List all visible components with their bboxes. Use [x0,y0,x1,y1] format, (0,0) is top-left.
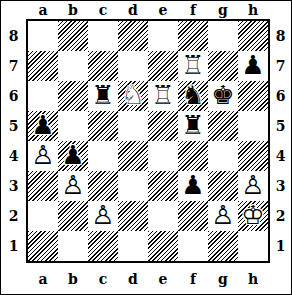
rank-label-3: 3 [270,171,291,201]
square-f1 [178,231,208,261]
square-b6 [58,81,88,111]
rank-label-3: 3 [1,171,26,201]
square-b4: ♟♟ [58,141,88,171]
square-g1 [208,231,238,261]
white-pawn-g2: ♟♙ [208,201,238,231]
square-c7 [88,51,118,81]
file-labels-bottom: abcdefgh [26,263,270,294]
square-b5 [58,111,88,141]
square-e3 [148,171,178,201]
piece-glyph: ♟ [178,170,208,200]
square-d7 [118,51,148,81]
square-c2: ♟♙ [88,201,118,231]
square-h8 [238,21,268,51]
rank-label-7: 7 [270,51,291,81]
square-e7 [148,51,178,81]
black-pawn-f3: ♟♟ [178,171,208,201]
piece-glyph: ♙ [88,200,118,230]
corner-top-right [270,1,291,19]
file-label-c: c [88,2,118,18]
white-knight-d6: ♞♘ [118,81,148,111]
square-f6: ♞♞ [178,81,208,111]
white-pawn-c2: ♟♙ [88,201,118,231]
black-pawn-h7: ♟♟ [238,51,268,81]
square-c1 [88,231,118,261]
file-label-d: d [118,2,148,18]
square-b1 [58,231,88,261]
piece-glyph: ♟ [58,140,88,170]
square-a4: ♟♙ [28,141,58,171]
square-h1 [238,231,268,261]
white-pawn-a4: ♟♙ [28,141,58,171]
square-e4 [148,141,178,171]
square-f4 [178,141,208,171]
square-d4 [118,141,148,171]
square-d6: ♞♘ [118,81,148,111]
black-knight-f6: ♞♞ [178,81,208,111]
piece-glyph: ♟ [28,110,58,140]
square-a1 [28,231,58,261]
rank-label-1: 1 [1,231,26,261]
file-label-e: e [148,271,178,287]
file-label-a: a [28,271,58,287]
square-b7 [58,51,88,81]
square-e5 [148,111,178,141]
square-h3: ♟♙ [238,171,268,201]
rank-label-7: 7 [1,51,26,81]
white-rook-f7: ♜♖ [178,51,208,81]
square-d8 [118,21,148,51]
piece-glyph: ♖ [178,50,208,80]
square-c3 [88,171,118,201]
square-f2 [178,201,208,231]
square-h4 [238,141,268,171]
square-f8 [178,21,208,51]
square-f3: ♟♟ [178,171,208,201]
square-a8 [28,21,58,51]
square-e1 [148,231,178,261]
square-g4 [208,141,238,171]
corner-bottom-left [1,263,26,294]
square-e8 [148,21,178,51]
piece-glyph: ♜ [88,80,118,110]
square-b3: ♟♙ [58,171,88,201]
rank-labels-right: 87654321 [270,19,291,263]
black-pawn-b4: ♟♟ [58,141,88,171]
rank-label-6: 6 [270,81,291,111]
piece-glyph: ♟ [238,50,268,80]
piece-glyph: ♙ [28,140,58,170]
rank-label-2: 2 [270,201,291,231]
rank-label-8: 8 [1,21,26,51]
square-c4 [88,141,118,171]
rank-label-5: 5 [270,111,291,141]
file-label-h: h [238,271,268,287]
square-h2: ♚♔ [238,201,268,231]
square-c6: ♜♜ [88,81,118,111]
black-pawn-a5: ♟♟ [28,111,58,141]
square-d3 [118,171,148,201]
square-h6 [238,81,268,111]
file-label-g: g [208,2,238,18]
rank-label-2: 2 [1,201,26,231]
square-a3 [28,171,58,201]
corner-top-left [1,1,26,19]
square-d5 [118,111,148,141]
piece-glyph: ♖ [148,80,178,110]
rank-label-4: 4 [1,141,26,171]
piece-glyph: ♙ [238,170,268,200]
square-a7 [28,51,58,81]
file-label-a: a [28,2,58,18]
square-f5: ♜♜ [178,111,208,141]
chess-diagram: abcdefgh 87654321 ♜♖♟♟♜♜♞♘♜♖♞♞♚♚♟♟♜♜♟♙♟♟… [0,0,292,295]
square-h5 [238,111,268,141]
board: ♜♖♟♟♜♜♞♘♜♖♞♞♚♚♟♟♜♜♟♙♟♟♟♙♟♟♟♙♟♙♟♙♚♔ [26,19,270,263]
square-a2 [28,201,58,231]
square-g2: ♟♙ [208,201,238,231]
file-label-h: h [238,2,268,18]
piece-glyph: ♙ [208,200,238,230]
file-label-b: b [58,271,88,287]
square-a5: ♟♟ [28,111,58,141]
square-c5 [88,111,118,141]
square-g3 [208,171,238,201]
file-label-g: g [208,271,238,287]
square-h7: ♟♟ [238,51,268,81]
file-label-f: f [178,2,208,18]
piece-glyph: ♘ [118,80,148,110]
piece-glyph: ♞ [178,80,208,110]
rank-label-6: 6 [1,81,26,111]
square-b8 [58,21,88,51]
black-king-g6: ♚♚ [208,81,238,111]
square-g7 [208,51,238,81]
square-e6: ♜♖ [148,81,178,111]
file-label-e: e [148,2,178,18]
square-e2 [148,201,178,231]
square-g5 [208,111,238,141]
piece-glyph: ♚ [208,80,238,110]
rank-label-1: 1 [270,231,291,261]
rank-label-8: 8 [270,21,291,51]
black-rook-f5: ♜♜ [178,111,208,141]
square-a6 [28,81,58,111]
white-king-h2: ♚♔ [238,201,268,231]
square-d1 [118,231,148,261]
corner-bottom-right [270,263,291,294]
piece-glyph: ♜ [178,110,208,140]
square-b2 [58,201,88,231]
rank-label-4: 4 [270,141,291,171]
file-labels-top: abcdefgh [26,1,270,19]
piece-glyph: ♔ [238,200,268,230]
black-rook-c6: ♜♜ [88,81,118,111]
square-g6: ♚♚ [208,81,238,111]
rank-labels-left: 87654321 [1,19,26,263]
white-rook-e6: ♜♖ [148,81,178,111]
white-pawn-b3: ♟♙ [58,171,88,201]
square-g8 [208,21,238,51]
rank-label-5: 5 [1,111,26,141]
file-label-f: f [178,271,208,287]
square-f7: ♜♖ [178,51,208,81]
file-label-d: d [118,271,148,287]
file-label-c: c [88,271,118,287]
file-label-b: b [58,2,88,18]
square-c8 [88,21,118,51]
white-pawn-h3: ♟♙ [238,171,268,201]
square-d2 [118,201,148,231]
piece-glyph: ♙ [58,170,88,200]
